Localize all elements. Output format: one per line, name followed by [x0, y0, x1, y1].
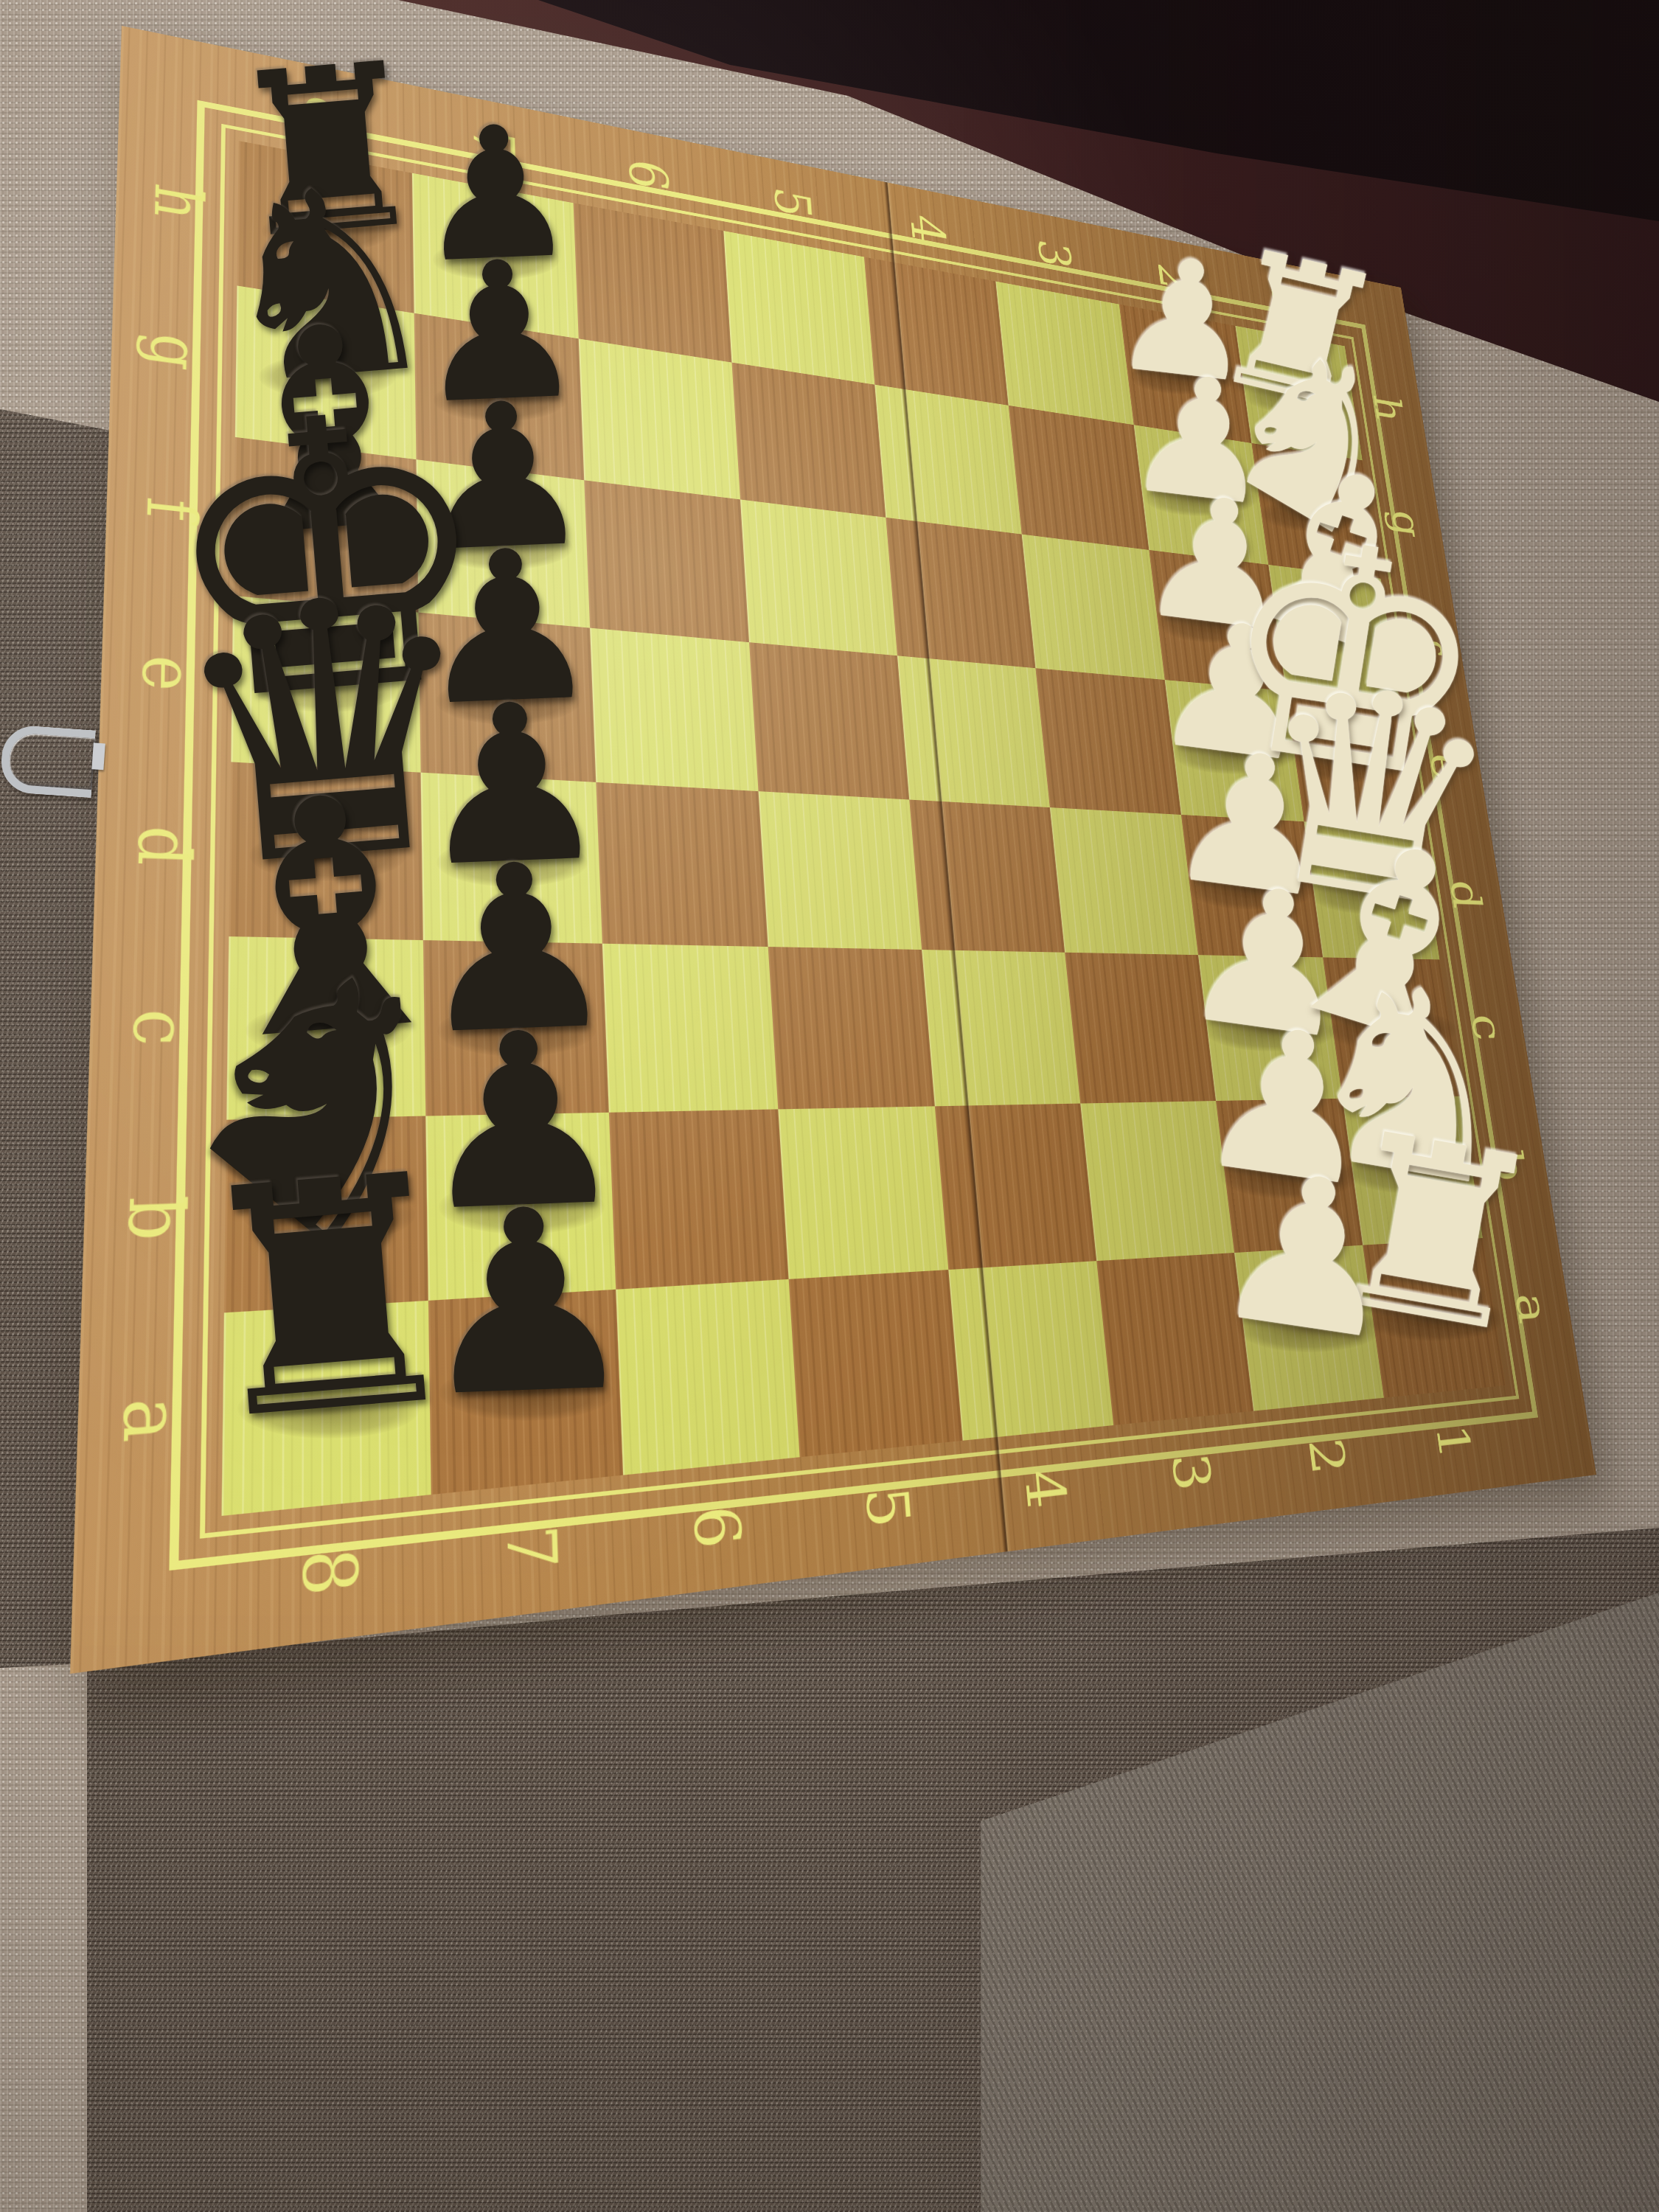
piece-black-rook-a8[interactable]: ♜ — [175, 1130, 481, 1466]
scene: hh88gg77ff66ee55dd44cc33bb22aa11 ♜♞♝♛♚♝♞… — [0, 0, 1659, 2212]
pieces-layer: ♜♞♝♛♚♝♞♜♟♟♟♟♟♟♟♟♟♟♟♟♟♟♟♟♜♞♝♛♚♝♞♜ — [0, 0, 1659, 2212]
piece-white-pawn-a2[interactable]: ♟ — [1203, 1140, 1416, 1371]
